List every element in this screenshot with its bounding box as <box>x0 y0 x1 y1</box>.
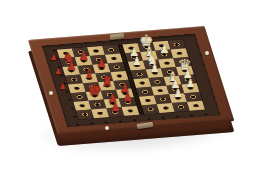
peg-hole <box>78 104 86 108</box>
piece-red-bishop-b5[interactable]: ♝ <box>83 67 95 80</box>
peg-hole <box>144 98 152 102</box>
piece-white-pawn-f5[interactable]: ♟ <box>150 63 160 74</box>
peg-hole <box>115 74 123 78</box>
peg-hole <box>141 90 149 94</box>
peg-hole <box>153 80 161 84</box>
peg-hole <box>162 106 170 110</box>
peg-hole <box>159 97 167 101</box>
peg-hole <box>93 102 101 106</box>
peg-hole <box>126 109 134 113</box>
case-top-surface <box>28 26 234 135</box>
piece-red-pawn-d2[interactable]: ♟ <box>123 92 133 103</box>
peg-hole <box>96 111 104 115</box>
piece-red-pawn-tray-0[interactable]: ♟ <box>50 54 57 62</box>
peg-hole <box>81 112 89 116</box>
peg-hole <box>147 107 155 111</box>
peg-hole <box>177 105 185 109</box>
piece-white-pawn-e6[interactable]: ♟ <box>132 56 142 67</box>
piece-red-pawn-tray-2[interactable]: ♟ <box>59 83 66 91</box>
peg-hole <box>156 88 164 92</box>
peg-hole <box>92 49 100 53</box>
peg-hole <box>70 77 78 81</box>
peg-hole <box>138 81 146 85</box>
piece-white-pawn-g7[interactable]: ♟ <box>159 45 169 56</box>
peg-hole <box>163 61 171 65</box>
piece-red-pawn-b7[interactable]: ♟ <box>79 51 89 62</box>
square-d1[interactable] <box>122 106 140 116</box>
peg-hole <box>73 86 81 90</box>
peg-hole <box>110 56 118 60</box>
peg-hole <box>136 72 144 76</box>
piece-red-pawn-a6[interactable]: ♟ <box>66 61 76 72</box>
travel-chess-set-photo: ♚♟♝♟♟♟♞♞♟♟♛♟♟♟♝♟♝♜♟♟♟♟♚♟♟♟♟ <box>0 0 265 175</box>
peg-hole <box>113 65 121 69</box>
peg-hole <box>189 95 197 99</box>
piece-white-pawn-g2[interactable]: ♟ <box>173 88 183 99</box>
piece-red-pawn-c1[interactable]: ♟ <box>110 102 120 113</box>
piece-red-pawn-c6[interactable]: ♟ <box>97 59 107 70</box>
peg-hole <box>107 48 115 52</box>
peg-hole <box>76 95 84 99</box>
square-h1[interactable] <box>187 101 205 111</box>
peg-hole <box>192 103 200 107</box>
piece-red-pawn-tray-1[interactable]: ♟ <box>55 68 62 76</box>
piece-white-pawn-h3[interactable]: ♟ <box>186 79 196 90</box>
peg-hole <box>173 42 181 46</box>
piece-red-king-b3[interactable]: ♚ <box>88 82 102 98</box>
piece-red-rook-c4[interactable]: ♜ <box>101 74 113 87</box>
